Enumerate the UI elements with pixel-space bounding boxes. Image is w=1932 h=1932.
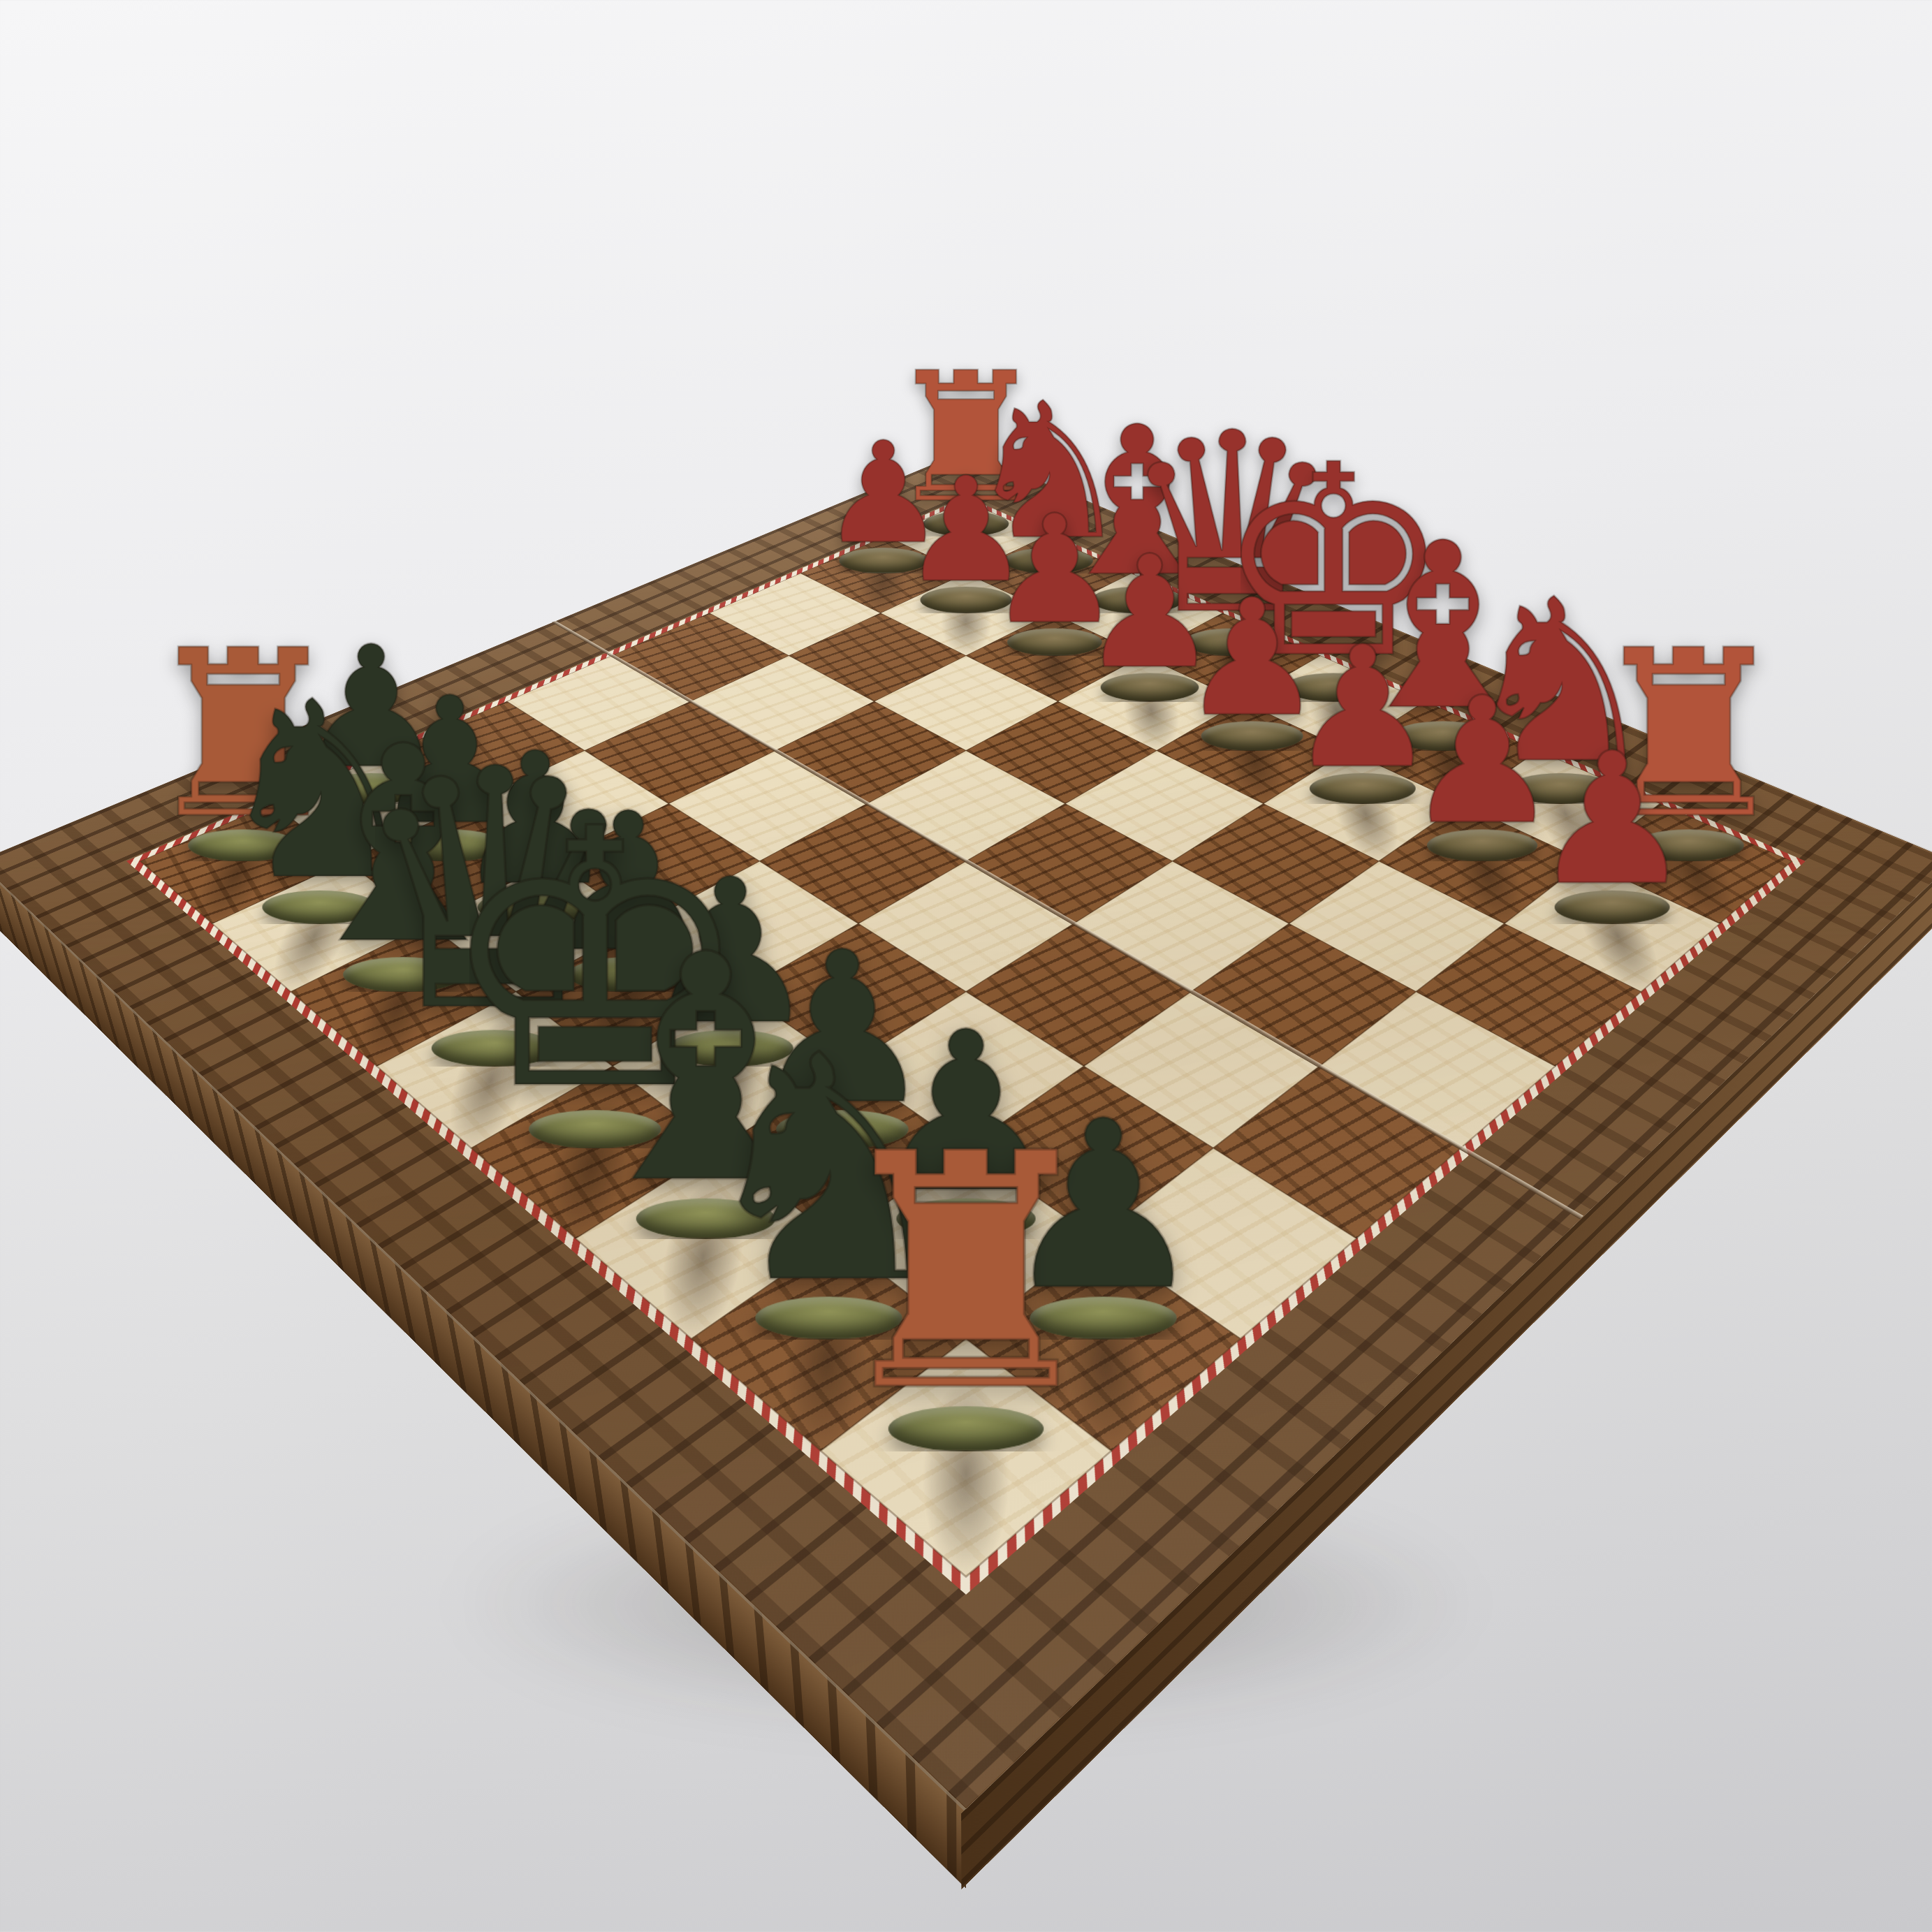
piece-base bbox=[888, 1405, 1044, 1451]
photo-backdrop: ♜♞♝♛♚♝♞♜♟♟♟♟♟♟♟♟♟♟♟♟♟♟♟♟♜♞♝♛♚♝♞♜ bbox=[0, 0, 1932, 1932]
board-top: ♜♞♝♛♚♝♞♜♟♟♟♟♟♟♟♟♟♟♟♟♟♟♟♟♜♞♝♛♚♝♞♜ bbox=[0, 451, 1932, 1809]
scene: ♜♞♝♛♚♝♞♜♟♟♟♟♟♟♟♟♟♟♟♟♟♟♟♟♜♞♝♛♚♝♞♜ bbox=[0, 0, 1932, 1932]
pawn-glyph: ♟ bbox=[1530, 736, 1694, 903]
rook-glyph: ♜ bbox=[821, 1125, 1111, 1424]
chess-board: ♜♞♝♛♚♝♞♜♟♟♟♟♟♟♟♟♟♟♟♟♟♟♟♟♜♞♝♛♚♝♞♜ bbox=[0, 451, 1932, 1809]
piece-base bbox=[1555, 890, 1670, 923]
